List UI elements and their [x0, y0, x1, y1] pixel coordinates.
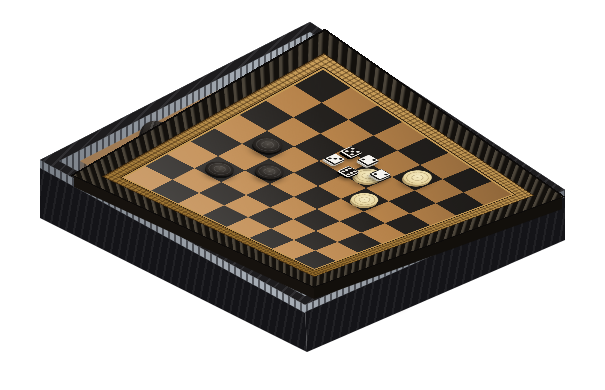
black-checker[interactable] — [199, 159, 239, 180]
black-checker[interactable] — [249, 161, 289, 182]
cream-checker[interactable] — [397, 168, 437, 188]
pieces-layer: ⚄⚁⚂⚅⚁ — [124, 70, 511, 269]
checkerboard: ⚄⚁⚂⚅⚁ — [138, 6, 499, 367]
die-face-2: ⚁ — [356, 154, 380, 166]
die-face-5: ⚄ — [340, 146, 364, 159]
die-face-3: ⚂ — [323, 153, 347, 165]
product-photo-stage: ⚄⚁⚂⚅⚁ — [0, 0, 605, 390]
white-die[interactable]: ⚂ — [323, 153, 347, 165]
white-die[interactable]: ⚁ — [356, 154, 380, 166]
cream-checker[interactable] — [346, 190, 385, 209]
black-die[interactable]: ⚄ — [340, 146, 364, 159]
black-checker[interactable] — [247, 134, 289, 157]
